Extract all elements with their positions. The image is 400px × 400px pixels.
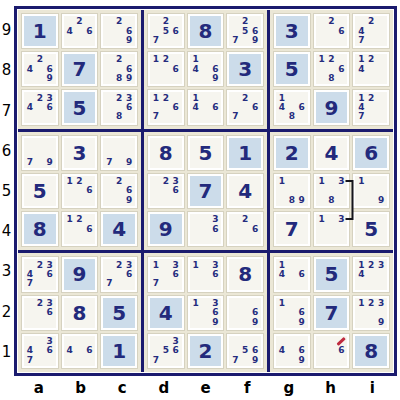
candidate-6: 6 bbox=[297, 270, 307, 279]
empty-candidate-slot bbox=[210, 112, 220, 121]
cell-h8[interactable]: 1268 bbox=[313, 51, 351, 87]
empty-candidate-slot bbox=[356, 279, 366, 288]
empty-candidate-slot bbox=[45, 279, 55, 288]
candidate-6: 6 bbox=[210, 308, 220, 317]
cell-g6[interactable]: 2 bbox=[273, 135, 311, 171]
cell-f4[interactable]: 26 bbox=[226, 211, 264, 247]
candidate-2: 2 bbox=[35, 299, 45, 308]
cell-d6[interactable]: 8 bbox=[147, 135, 185, 171]
empty-candidate-slot bbox=[366, 186, 376, 195]
candidate-9: 9 bbox=[297, 196, 307, 205]
empty-candidate-slot bbox=[191, 225, 201, 234]
cell-c5[interactable]: 269 bbox=[100, 173, 138, 209]
candidate-2: 2 bbox=[366, 299, 376, 308]
empty-candidate-slot bbox=[75, 196, 85, 205]
empty-candidate-slot bbox=[161, 65, 171, 74]
candidate-6: 6 bbox=[124, 103, 134, 112]
empty-candidate-slot bbox=[45, 356, 55, 365]
cell-g8[interactable]: 5 bbox=[273, 51, 311, 87]
empty-candidate-slot bbox=[104, 196, 114, 205]
sudoku-boxes: 1246269246972689234652368256782567912614… bbox=[18, 10, 393, 372]
candidate-4: 4 bbox=[356, 270, 366, 279]
cell-b2[interactable]: 8 bbox=[61, 295, 99, 331]
empty-candidate-slot bbox=[35, 65, 45, 74]
empty-candidate-slot bbox=[250, 17, 260, 26]
empty-candidate-slot bbox=[35, 308, 45, 317]
candidate-9: 9 bbox=[124, 196, 134, 205]
candidate-1: 1 bbox=[317, 55, 327, 64]
empty-candidate-slot bbox=[84, 356, 94, 365]
candidate-9: 9 bbox=[124, 157, 134, 166]
candidate-1: 1 bbox=[65, 215, 75, 224]
empty-candidate-slot bbox=[277, 196, 287, 205]
candidate-7: 7 bbox=[25, 279, 35, 288]
empty-candidate-slot bbox=[376, 103, 386, 112]
empty-candidate-slot bbox=[104, 103, 114, 112]
cell-e4[interactable]: 36 bbox=[187, 211, 225, 247]
empty-candidate-slot bbox=[376, 65, 386, 74]
empty-candidate-slot bbox=[287, 308, 297, 317]
cell-b1[interactable]: 46 bbox=[61, 333, 99, 369]
empty-candidate-slot bbox=[171, 196, 181, 205]
cell-a2[interactable]: 236 bbox=[21, 295, 59, 331]
row-label-8: 8 bbox=[0, 50, 13, 90]
candidate-grid: 2689 bbox=[101, 52, 137, 86]
candidate-7: 7 bbox=[25, 356, 35, 365]
cell-e8[interactable]: 1469 bbox=[187, 51, 225, 87]
candidate-2: 2 bbox=[240, 215, 250, 224]
row-label-3: 3 bbox=[0, 251, 13, 291]
empty-candidate-slot bbox=[161, 270, 171, 279]
empty-candidate-slot bbox=[124, 279, 134, 288]
cell-b9[interactable]: 246 bbox=[61, 13, 99, 49]
candidate-6: 6 bbox=[297, 103, 307, 112]
empty-candidate-slot bbox=[317, 337, 327, 346]
empty-candidate-slot bbox=[210, 234, 220, 243]
cell-h7[interactable]: 9 bbox=[313, 89, 351, 125]
empty-candidate-slot bbox=[65, 225, 75, 234]
candidate-grid: 1247 bbox=[353, 90, 389, 124]
empty-candidate-slot bbox=[114, 139, 124, 148]
cell-g2[interactable]: 169 bbox=[273, 295, 311, 331]
empty-candidate-slot bbox=[35, 279, 45, 288]
cell-i7[interactable]: 1247 bbox=[352, 89, 390, 125]
candidate-grid: 146 bbox=[188, 90, 224, 124]
candidate-9: 9 bbox=[250, 36, 260, 45]
empty-candidate-slot bbox=[230, 93, 240, 102]
empty-candidate-slot bbox=[151, 186, 161, 195]
candidate-2: 2 bbox=[240, 93, 250, 102]
cell-d5[interactable]: 236 bbox=[147, 173, 185, 209]
cell-c4[interactable]: 4 bbox=[100, 211, 138, 247]
empty-candidate-slot bbox=[376, 308, 386, 317]
candidate-6: 6 bbox=[84, 225, 94, 234]
candidate-9: 9 bbox=[45, 74, 55, 83]
empty-candidate-slot bbox=[171, 74, 181, 83]
candidate-grid: 189 bbox=[274, 174, 310, 208]
empty-candidate-slot bbox=[45, 317, 55, 326]
empty-candidate-slot bbox=[327, 215, 337, 224]
candidate-9: 9 bbox=[210, 74, 220, 83]
empty-candidate-slot bbox=[356, 308, 366, 317]
given-digit: 7 bbox=[199, 181, 213, 201]
cell-e9[interactable]: 8 bbox=[187, 13, 225, 49]
empty-candidate-slot bbox=[287, 93, 297, 102]
candidate-grid: 469 bbox=[274, 334, 310, 368]
candidate-grid: 2368 bbox=[101, 90, 137, 124]
empty-candidate-slot bbox=[366, 317, 376, 326]
empty-candidate-slot bbox=[277, 356, 287, 365]
candidate-1: 1 bbox=[191, 260, 201, 269]
candidate-grid: 138 bbox=[314, 174, 350, 208]
empty-candidate-slot bbox=[376, 279, 386, 288]
cell-c7[interactable]: 2368 bbox=[100, 89, 138, 125]
candidate-9: 9 bbox=[124, 36, 134, 45]
row-label-2: 2 bbox=[0, 292, 13, 332]
cell-i4[interactable]: 5 bbox=[352, 211, 390, 247]
empty-candidate-slot bbox=[35, 103, 45, 112]
candidate-grid: 136 bbox=[188, 257, 224, 291]
empty-candidate-slot bbox=[75, 186, 85, 195]
cell-h4[interactable]: 13 bbox=[313, 211, 351, 247]
cell-h2[interactable]: 7 bbox=[313, 295, 351, 331]
candidate-1: 1 bbox=[317, 215, 327, 224]
candidate-grid: 1268 bbox=[314, 52, 350, 86]
empty-candidate-slot bbox=[201, 215, 211, 224]
empty-candidate-slot bbox=[25, 112, 35, 121]
empty-candidate-slot bbox=[35, 337, 45, 346]
empty-candidate-slot bbox=[35, 346, 45, 355]
empty-candidate-slot bbox=[84, 196, 94, 205]
given-digit: 1 bbox=[112, 341, 126, 361]
candidate-6: 6 bbox=[297, 308, 307, 317]
empty-candidate-slot bbox=[317, 196, 327, 205]
candidate-2: 2 bbox=[35, 55, 45, 64]
candidate-7: 7 bbox=[151, 112, 161, 121]
cell-h6[interactable]: 4 bbox=[313, 135, 351, 171]
box-5: 8512367493626 bbox=[144, 132, 267, 251]
empty-candidate-slot bbox=[104, 139, 114, 148]
empty-candidate-slot bbox=[250, 234, 260, 243]
box-9: 146512341697123946968 bbox=[270, 253, 393, 372]
solved-digit: 8 bbox=[238, 264, 252, 284]
empty-candidate-slot bbox=[84, 234, 94, 243]
empty-candidate-slot bbox=[317, 234, 327, 243]
cell-e2[interactable]: 1369 bbox=[187, 295, 225, 331]
candidate-9: 9 bbox=[297, 356, 307, 365]
candidate-8: 8 bbox=[327, 74, 337, 83]
candidate-5: 5 bbox=[161, 26, 171, 35]
empty-candidate-slot bbox=[317, 65, 327, 74]
cell-h3[interactable]: 5 bbox=[313, 256, 351, 292]
empty-candidate-slot bbox=[75, 346, 85, 355]
candidate-1: 1 bbox=[356, 177, 366, 186]
cell-b8[interactable]: 7 bbox=[61, 51, 99, 87]
solved-digit: 5 bbox=[33, 181, 47, 201]
cell-i3[interactable]: 1234 bbox=[352, 256, 390, 292]
cell-g7[interactable]: 1468 bbox=[273, 89, 311, 125]
empty-candidate-slot bbox=[210, 279, 220, 288]
cell-c9[interactable]: 269 bbox=[100, 13, 138, 49]
candidate-2: 2 bbox=[366, 260, 376, 269]
cell-f3[interactable]: 8 bbox=[226, 256, 264, 292]
candidate-8: 8 bbox=[114, 112, 124, 121]
candidate-3: 3 bbox=[336, 215, 346, 224]
cell-h9[interactable]: 26 bbox=[313, 13, 351, 49]
col-label-i: i bbox=[351, 377, 393, 398]
cell-b7[interactable]: 5 bbox=[61, 89, 99, 125]
empty-candidate-slot bbox=[230, 299, 240, 308]
col-label-e: e bbox=[185, 377, 227, 398]
empty-candidate-slot bbox=[35, 270, 45, 279]
candidate-grid: 124 bbox=[353, 52, 389, 86]
cell-c3[interactable]: 2367 bbox=[100, 256, 138, 292]
cell-i9[interactable]: 247 bbox=[352, 13, 390, 49]
cell-e3[interactable]: 136 bbox=[187, 256, 225, 292]
empty-candidate-slot bbox=[124, 17, 134, 26]
empty-candidate-slot bbox=[75, 234, 85, 243]
empty-candidate-slot bbox=[201, 279, 211, 288]
cell-f5[interactable]: 4 bbox=[226, 173, 264, 209]
solved-digit: 8 bbox=[73, 303, 87, 323]
empty-candidate-slot bbox=[297, 177, 307, 186]
candidate-4: 4 bbox=[191, 65, 201, 74]
cell-e7[interactable]: 146 bbox=[187, 89, 225, 125]
empty-candidate-slot bbox=[25, 74, 35, 83]
empty-candidate-slot bbox=[35, 356, 45, 365]
cell-f6[interactable]: 1 bbox=[226, 135, 264, 171]
candidate-4: 4 bbox=[25, 65, 35, 74]
candidate-6: 6 bbox=[210, 270, 220, 279]
candidate-2: 2 bbox=[327, 17, 337, 26]
cell-c6[interactable]: 79 bbox=[100, 135, 138, 171]
cell-f9[interactable]: 25679 bbox=[226, 13, 264, 49]
candidate-3: 3 bbox=[336, 177, 346, 186]
empty-candidate-slot bbox=[35, 157, 45, 166]
empty-candidate-slot bbox=[191, 308, 201, 317]
cell-d2[interactable]: 4 bbox=[147, 295, 185, 331]
candidate-5: 5 bbox=[240, 26, 250, 35]
candidate-grid: 6 bbox=[314, 334, 350, 368]
given-digit: 9 bbox=[159, 219, 173, 239]
candidate-1: 1 bbox=[151, 260, 161, 269]
candidate-6: 6 bbox=[210, 103, 220, 112]
cell-h1[interactable]: 6 bbox=[313, 333, 351, 369]
box-8: 136713684136969356725679 bbox=[144, 253, 267, 372]
empty-candidate-slot bbox=[201, 112, 211, 121]
candidate-4: 4 bbox=[65, 346, 75, 355]
empty-candidate-slot bbox=[317, 356, 327, 365]
cell-a3[interactable]: 23467 bbox=[21, 256, 59, 292]
candidate-grid: 1367 bbox=[148, 257, 184, 291]
empty-candidate-slot bbox=[326, 356, 336, 365]
cell-d9[interactable]: 2567 bbox=[147, 13, 185, 49]
empty-candidate-slot bbox=[356, 196, 366, 205]
candidate-6: 6 bbox=[84, 186, 94, 195]
cell-d3[interactable]: 1367 bbox=[147, 256, 185, 292]
cell-a7[interactable]: 2346 bbox=[21, 89, 59, 125]
empty-candidate-slot bbox=[114, 279, 124, 288]
candidate-2: 2 bbox=[75, 215, 85, 224]
cell-g3[interactable]: 146 bbox=[273, 256, 311, 292]
empty-candidate-slot bbox=[161, 356, 171, 365]
candidate-grid: 79 bbox=[22, 136, 58, 170]
cell-i2[interactable]: 1239 bbox=[352, 295, 390, 331]
cell-f2[interactable]: 69 bbox=[226, 295, 264, 331]
cell-a6[interactable]: 79 bbox=[21, 135, 59, 171]
cell-b6[interactable]: 3 bbox=[61, 135, 99, 171]
empty-candidate-slot bbox=[240, 36, 250, 45]
given-digit: 1 bbox=[33, 21, 47, 41]
row-label-4: 4 bbox=[0, 211, 13, 251]
candidate-grid: 23467 bbox=[22, 257, 58, 291]
empty-candidate-slot bbox=[317, 225, 327, 234]
cell-b3[interactable]: 9 bbox=[61, 256, 99, 292]
cell-a9[interactable]: 1 bbox=[21, 13, 59, 49]
candidate-grid: 269 bbox=[101, 174, 137, 208]
cell-d4[interactable]: 9 bbox=[147, 211, 185, 247]
empty-candidate-slot bbox=[104, 112, 114, 121]
empty-candidate-slot bbox=[366, 196, 376, 205]
empty-candidate-slot bbox=[366, 26, 376, 35]
row-labels: 987654321 bbox=[0, 10, 13, 372]
candidate-6: 6 bbox=[250, 225, 260, 234]
candidate-9: 9 bbox=[210, 317, 220, 326]
empty-candidate-slot bbox=[114, 26, 124, 35]
candidate-9: 9 bbox=[124, 74, 134, 83]
cell-e1[interactable]: 2 bbox=[187, 333, 225, 369]
box-6: 246189138197135 bbox=[270, 132, 393, 251]
candidate-grid: 126 bbox=[62, 212, 98, 246]
empty-candidate-slot bbox=[326, 346, 336, 355]
candidate-grid: 1468 bbox=[274, 90, 310, 124]
cell-h5[interactable]: 138 bbox=[313, 173, 351, 209]
cell-i8[interactable]: 124 bbox=[352, 51, 390, 87]
empty-candidate-slot bbox=[240, 308, 250, 317]
candidate-6: 6 bbox=[124, 270, 134, 279]
row-label-6: 6 bbox=[0, 131, 13, 171]
empty-candidate-slot bbox=[124, 139, 134, 148]
candidate-2: 2 bbox=[114, 93, 124, 102]
cell-f8[interactable]: 3 bbox=[226, 51, 264, 87]
empty-candidate-slot bbox=[75, 26, 85, 35]
candidate-grid: 247 bbox=[353, 14, 389, 48]
cell-c2[interactable]: 5 bbox=[100, 295, 138, 331]
candidate-1: 1 bbox=[277, 299, 287, 308]
candidate-2: 2 bbox=[114, 260, 124, 269]
cell-f7[interactable]: 267 bbox=[226, 89, 264, 125]
cell-a8[interactable]: 2469 bbox=[21, 51, 59, 87]
col-labels: abcdefghi bbox=[18, 377, 393, 398]
cell-f1[interactable]: 5679 bbox=[226, 333, 264, 369]
empty-candidate-slot bbox=[45, 139, 55, 148]
empty-candidate-slot bbox=[376, 36, 386, 45]
cell-c8[interactable]: 2689 bbox=[100, 51, 138, 87]
empty-candidate-slot bbox=[356, 74, 366, 83]
col-label-c: c bbox=[101, 377, 143, 398]
empty-candidate-slot bbox=[277, 186, 287, 195]
empty-candidate-slot bbox=[75, 337, 85, 346]
empty-candidate-slot bbox=[171, 36, 181, 45]
cell-c1[interactable]: 1 bbox=[100, 333, 138, 369]
candidate-6: 6 bbox=[45, 270, 55, 279]
cell-g9[interactable]: 3 bbox=[273, 13, 311, 49]
candidate-1: 1 bbox=[65, 177, 75, 186]
cell-d1[interactable]: 3567 bbox=[147, 333, 185, 369]
candidate-7: 7 bbox=[151, 279, 161, 288]
given-digit: 5 bbox=[285, 59, 299, 79]
empty-candidate-slot bbox=[336, 74, 346, 83]
empty-candidate-slot bbox=[75, 36, 85, 45]
candidate-6: 6 bbox=[171, 103, 181, 112]
empty-candidate-slot bbox=[366, 112, 376, 121]
cell-g4[interactable]: 7 bbox=[273, 211, 311, 247]
cell-i6[interactable]: 6 bbox=[352, 135, 390, 171]
cell-a4[interactable]: 8 bbox=[21, 211, 59, 247]
candidate-4: 4 bbox=[356, 65, 366, 74]
candidate-1: 1 bbox=[151, 55, 161, 64]
candidate-7: 7 bbox=[230, 356, 240, 365]
cell-i5[interactable]: 19 bbox=[352, 173, 390, 209]
cell-e5[interactable]: 7 bbox=[187, 173, 225, 209]
empty-candidate-slot bbox=[230, 215, 240, 224]
empty-candidate-slot bbox=[25, 299, 35, 308]
empty-candidate-slot bbox=[161, 260, 171, 269]
candidate-7: 7 bbox=[104, 279, 114, 288]
cell-e6[interactable]: 5 bbox=[187, 135, 225, 171]
empty-candidate-slot bbox=[104, 36, 114, 45]
empty-candidate-slot bbox=[171, 17, 181, 26]
candidate-grid: 26 bbox=[227, 212, 263, 246]
cell-i1[interactable]: 8 bbox=[352, 333, 390, 369]
candidate-6: 6 bbox=[250, 103, 260, 112]
candidate-2: 2 bbox=[35, 260, 45, 269]
candidate-2: 2 bbox=[327, 55, 337, 64]
candidate-6: 6 bbox=[45, 308, 55, 317]
candidate-2: 2 bbox=[366, 55, 376, 64]
candidate-4: 4 bbox=[25, 103, 35, 112]
empty-candidate-slot bbox=[191, 270, 201, 279]
cell-g5[interactable]: 189 bbox=[273, 173, 311, 209]
empty-candidate-slot bbox=[114, 36, 124, 45]
cell-b4[interactable]: 126 bbox=[61, 211, 99, 247]
candidate-2: 2 bbox=[75, 177, 85, 186]
candidate-7: 7 bbox=[25, 157, 35, 166]
empty-candidate-slot bbox=[366, 103, 376, 112]
cell-a5[interactable]: 5 bbox=[21, 173, 59, 209]
candidate-8: 8 bbox=[114, 74, 124, 83]
empty-candidate-slot bbox=[287, 270, 297, 279]
solved-digit: 4 bbox=[325, 143, 339, 163]
candidate-grid: 269 bbox=[101, 14, 137, 48]
candidate-grid: 1267 bbox=[148, 90, 184, 124]
empty-candidate-slot bbox=[161, 186, 171, 195]
empty-candidate-slot bbox=[230, 337, 240, 346]
cell-a1[interactable]: 3467 bbox=[21, 333, 59, 369]
empty-candidate-slot bbox=[171, 279, 181, 288]
cell-d7[interactable]: 1267 bbox=[147, 89, 185, 125]
cell-d8[interactable]: 126 bbox=[147, 51, 185, 87]
empty-candidate-slot bbox=[376, 74, 386, 83]
empty-candidate-slot bbox=[230, 17, 240, 26]
candidate-grid: 2346 bbox=[22, 90, 58, 124]
cell-b5[interactable]: 126 bbox=[61, 173, 99, 209]
cell-g1[interactable]: 469 bbox=[273, 333, 311, 369]
row-label-9: 9 bbox=[0, 10, 13, 50]
given-digit: 7 bbox=[325, 303, 339, 323]
candidate-grid: 169 bbox=[274, 296, 310, 330]
given-digit: 2 bbox=[285, 143, 299, 163]
